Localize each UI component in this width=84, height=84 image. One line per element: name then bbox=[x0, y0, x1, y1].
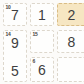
cell-digit bbox=[58, 58, 84, 81]
cage-14-cells-r2c1-r3c1[interactable]: 14 9 5 bbox=[3, 30, 27, 82]
cell-r1c1[interactable]: 10 7 bbox=[3, 3, 27, 26]
cell-digit: 6 bbox=[31, 58, 53, 81]
cell-r2c3[interactable]: 8 bbox=[57, 30, 84, 53]
cell-r1c2[interactable]: 1 bbox=[30, 3, 54, 26]
cell-r1c3-selected[interactable]: 2 bbox=[57, 3, 84, 26]
cell-r3c2[interactable]: 6 6 bbox=[30, 57, 54, 82]
cell-digit-r3c1: 5 bbox=[4, 58, 26, 83]
cell-digit: 7 bbox=[4, 4, 26, 25]
cell-digit-r2c1: 9 bbox=[4, 31, 26, 54]
cell-digit: 1 bbox=[31, 4, 53, 25]
cell-digit: 8 bbox=[58, 31, 84, 52]
cell-digit: 2 bbox=[58, 4, 84, 25]
cell-r2c2[interactable]: 15 bbox=[30, 30, 54, 53]
cell-digit bbox=[31, 31, 53, 52]
cell-r3c3[interactable] bbox=[57, 57, 84, 82]
killer-sudoku-board: 10 7 1 2 14 9 5 15 8 6 6 bbox=[0, 0, 84, 84]
